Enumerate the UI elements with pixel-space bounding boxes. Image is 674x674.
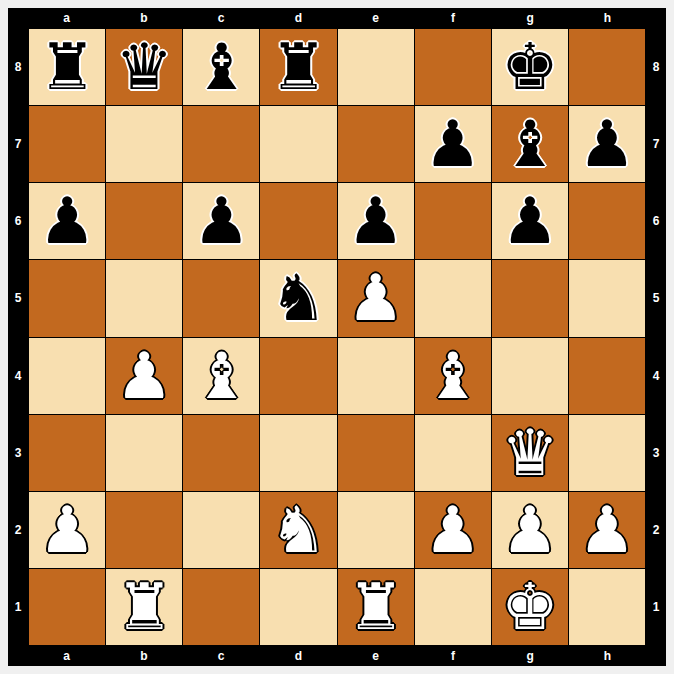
rank-label-8: 8: [646, 28, 666, 105]
square-c8[interactable]: ♝: [183, 29, 259, 105]
piece-white-bishop: ♝: [193, 344, 250, 408]
rank-label-5: 5: [8, 260, 28, 337]
piece-white-bishop: ♝: [424, 344, 481, 408]
square-b4[interactable]: ♟: [106, 338, 182, 414]
square-f8[interactable]: [415, 29, 491, 105]
file-label-b: b: [105, 646, 182, 666]
square-f3[interactable]: [415, 415, 491, 491]
square-h7[interactable]: ♟: [569, 106, 645, 182]
square-c7[interactable]: [183, 106, 259, 182]
rank-label-7: 7: [646, 105, 666, 182]
piece-black-pawn: ♟: [193, 189, 250, 253]
square-d1[interactable]: [260, 569, 336, 645]
square-c4[interactable]: ♝: [183, 338, 259, 414]
piece-black-bishop: ♝: [193, 35, 250, 99]
file-label-h: h: [569, 646, 646, 666]
square-g5[interactable]: [492, 260, 568, 336]
square-e2[interactable]: [338, 492, 414, 568]
piece-white-pawn: ♟: [424, 498, 481, 562]
piece-black-pawn: ♟: [38, 189, 95, 253]
square-e1[interactable]: ♜: [338, 569, 414, 645]
square-g3[interactable]: ♛: [492, 415, 568, 491]
square-b6[interactable]: [106, 183, 182, 259]
file-label-f: f: [414, 646, 491, 666]
piece-black-bishop: ♝: [501, 112, 558, 176]
square-e5[interactable]: ♟: [338, 260, 414, 336]
rank-label-6: 6: [646, 183, 666, 260]
square-b2[interactable]: [106, 492, 182, 568]
file-label-g: g: [492, 8, 569, 28]
square-g2[interactable]: ♟: [492, 492, 568, 568]
file-label-a: a: [28, 8, 105, 28]
piece-black-king: ♚: [501, 35, 558, 99]
square-d5[interactable]: ♞: [260, 260, 336, 336]
square-b5[interactable]: [106, 260, 182, 336]
file-label-b: b: [105, 8, 182, 28]
piece-black-pawn: ♟: [578, 112, 635, 176]
piece-white-rook: ♜: [347, 575, 404, 639]
piece-black-rook: ♜: [270, 35, 327, 99]
rank-label-2: 2: [646, 492, 666, 569]
square-h2[interactable]: ♟: [569, 492, 645, 568]
piece-white-pawn: ♟: [501, 498, 558, 562]
file-label-a: a: [28, 646, 105, 666]
square-h6[interactable]: [569, 183, 645, 259]
square-g4[interactable]: [492, 338, 568, 414]
square-g8[interactable]: ♚: [492, 29, 568, 105]
file-label-c: c: [183, 8, 260, 28]
square-a7[interactable]: [29, 106, 105, 182]
square-a8[interactable]: ♜: [29, 29, 105, 105]
square-f4[interactable]: ♝: [415, 338, 491, 414]
piece-white-queen: ♛: [501, 421, 558, 485]
file-label-g: g: [492, 646, 569, 666]
rank-label-8: 8: [8, 28, 28, 105]
square-c6[interactable]: ♟: [183, 183, 259, 259]
square-f2[interactable]: ♟: [415, 492, 491, 568]
rank-label-5: 5: [646, 260, 666, 337]
piece-white-knight: ♞: [270, 498, 327, 562]
square-d7[interactable]: [260, 106, 336, 182]
square-e4[interactable]: [338, 338, 414, 414]
square-f6[interactable]: [415, 183, 491, 259]
square-d8[interactable]: ♜: [260, 29, 336, 105]
piece-white-pawn: ♟: [38, 498, 95, 562]
square-e3[interactable]: [338, 415, 414, 491]
square-c2[interactable]: [183, 492, 259, 568]
square-b7[interactable]: [106, 106, 182, 182]
square-g7[interactable]: ♝: [492, 106, 568, 182]
rank-label-1: 1: [646, 569, 666, 646]
square-d2[interactable]: ♞: [260, 492, 336, 568]
file-labels-top: abcdefgh: [28, 8, 646, 28]
square-h8[interactable]: [569, 29, 645, 105]
square-f1[interactable]: [415, 569, 491, 645]
square-c3[interactable]: [183, 415, 259, 491]
piece-white-pawn: ♟: [578, 498, 635, 562]
square-f7[interactable]: ♟: [415, 106, 491, 182]
file-labels-bottom: abcdefgh: [28, 646, 646, 666]
rank-labels-left: 87654321: [8, 28, 28, 646]
square-f5[interactable]: [415, 260, 491, 336]
rank-labels-right: 87654321: [646, 28, 666, 646]
rank-label-4: 4: [646, 337, 666, 414]
piece-black-queen: ♛: [116, 35, 173, 99]
square-g6[interactable]: ♟: [492, 183, 568, 259]
file-label-e: e: [337, 8, 414, 28]
piece-black-pawn: ♟: [347, 189, 404, 253]
square-a2[interactable]: ♟: [29, 492, 105, 568]
piece-white-king: ♚: [501, 575, 558, 639]
rank-label-7: 7: [8, 105, 28, 182]
piece-black-pawn: ♟: [501, 189, 558, 253]
square-c5[interactable]: [183, 260, 259, 336]
square-h3[interactable]: [569, 415, 645, 491]
file-label-f: f: [414, 8, 491, 28]
piece-white-rook: ♜: [116, 575, 173, 639]
rank-label-4: 4: [8, 337, 28, 414]
square-g1[interactable]: ♚: [492, 569, 568, 645]
piece-black-knight: ♞: [270, 266, 327, 330]
rank-label-3: 3: [8, 414, 28, 491]
file-label-e: e: [337, 646, 414, 666]
square-d6[interactable]: [260, 183, 336, 259]
square-d4[interactable]: [260, 338, 336, 414]
square-a5[interactable]: [29, 260, 105, 336]
square-h4[interactable]: [569, 338, 645, 414]
file-label-h: h: [569, 8, 646, 28]
piece-white-pawn: ♟: [116, 344, 173, 408]
square-a4[interactable]: [29, 338, 105, 414]
file-label-d: d: [260, 646, 337, 666]
square-b8[interactable]: ♛: [106, 29, 182, 105]
rank-label-2: 2: [8, 492, 28, 569]
square-a6[interactable]: ♟: [29, 183, 105, 259]
piece-black-rook: ♜: [38, 35, 95, 99]
file-label-c: c: [183, 646, 260, 666]
rank-label-6: 6: [8, 183, 28, 260]
rank-label-1: 1: [8, 569, 28, 646]
piece-white-pawn: ♟: [347, 266, 404, 330]
chess-board: ♜♛♝♜♚♟♝♟♟♟♟♟♞♟♟♝♝♛♟♞♟♟♟♜♜♚: [28, 28, 646, 646]
square-a1[interactable]: [29, 569, 105, 645]
file-label-d: d: [260, 8, 337, 28]
square-b1[interactable]: ♜: [106, 569, 182, 645]
square-d3[interactable]: [260, 415, 336, 491]
square-e6[interactable]: ♟: [338, 183, 414, 259]
square-h1[interactable]: [569, 569, 645, 645]
square-e8[interactable]: [338, 29, 414, 105]
square-h5[interactable]: [569, 260, 645, 336]
square-a3[interactable]: [29, 415, 105, 491]
piece-black-pawn: ♟: [424, 112, 481, 176]
rank-label-3: 3: [646, 414, 666, 491]
square-c1[interactable]: [183, 569, 259, 645]
square-e7[interactable]: [338, 106, 414, 182]
square-b3[interactable]: [106, 415, 182, 491]
